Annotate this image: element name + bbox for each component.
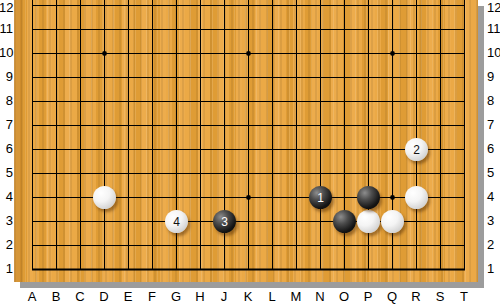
row-label-left-10: 10 [0,45,13,61]
col-label-n: N [311,289,329,305]
col-label-c: C [71,289,89,305]
row-label-right-11: 11 [487,21,500,37]
star-point-q4 [390,195,395,200]
black-stone-j3: 3 [213,210,236,233]
star-point-q10 [390,51,395,56]
goban[interactable]: 4312 [14,0,478,282]
white-stone-r6: 2 [405,138,428,161]
row-label-right-1: 1 [487,261,500,277]
star-point-k4 [246,195,251,200]
move-number: 2 [413,144,420,156]
white-stone-g3: 4 [165,210,188,233]
col-label-l: L [263,289,281,305]
row-label-right-9: 9 [487,69,500,85]
black-stone-p4 [357,186,380,209]
col-label-j: J [215,289,233,305]
row-label-left-1: 1 [0,261,13,277]
col-label-q: Q [383,289,401,305]
col-label-a: A [23,289,41,305]
move-number: 4 [173,216,180,228]
col-label-d: D [95,289,113,305]
star-point-k10 [246,51,251,56]
row-label-right-12: 12 [487,0,500,16]
go-board-window: 4312 121211111010998877665544332211ABCDE… [0,0,500,308]
row-label-right-4: 4 [487,189,500,205]
row-label-right-6: 6 [487,141,500,157]
col-label-t: T [455,289,473,305]
row-label-right-3: 3 [487,213,500,229]
col-label-e: E [119,289,137,305]
row-label-right-5: 5 [487,165,500,181]
black-stone-o3 [333,210,356,233]
col-label-m: M [287,289,305,305]
move-number: 3 [221,216,228,228]
col-label-p: P [359,289,377,305]
col-label-k: K [239,289,257,305]
col-label-o: O [335,289,353,305]
white-stone-d4 [93,186,116,209]
star-point-d10 [102,51,107,56]
white-stone-p3 [357,210,380,233]
col-label-h: H [191,289,209,305]
row-label-left-6: 6 [0,141,13,157]
row-label-right-2: 2 [487,237,500,253]
col-label-f: F [143,289,161,305]
row-label-left-3: 3 [0,213,13,229]
row-label-left-4: 4 [0,189,13,205]
col-label-r: R [407,289,425,305]
row-label-left-5: 5 [0,165,13,181]
row-label-right-8: 8 [487,93,500,109]
black-stone-n4: 1 [309,186,332,209]
col-label-s: S [431,289,449,305]
white-stone-r4 [405,186,428,209]
row-label-left-7: 7 [0,117,13,133]
white-stone-q3 [381,210,404,233]
col-label-b: B [47,289,65,305]
row-label-right-10: 10 [487,45,500,61]
col-label-g: G [167,289,185,305]
row-label-left-11: 11 [0,21,13,37]
row-label-left-8: 8 [0,93,13,109]
row-label-left-12: 12 [0,0,13,16]
move-number: 1 [317,192,324,204]
row-label-left-2: 2 [0,237,13,253]
row-label-left-9: 9 [0,69,13,85]
row-label-right-7: 7 [487,117,500,133]
